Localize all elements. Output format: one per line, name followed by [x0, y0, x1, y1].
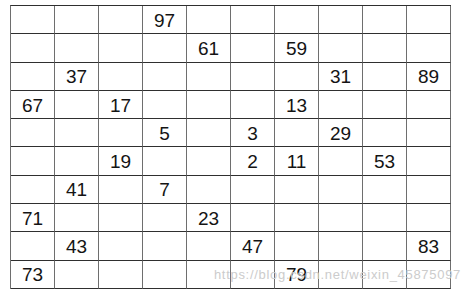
cell-r6c1-empty [11, 147, 55, 175]
cell-r8c2-empty [55, 204, 99, 232]
cell-r9c6-value-47: 47 [231, 232, 275, 260]
cell-r1c9-empty [363, 6, 407, 34]
cell-r2c6-empty [231, 34, 275, 62]
cell-r7c10-empty [407, 176, 451, 204]
cell-r1c3-empty [99, 6, 143, 34]
cell-r2c9-empty [363, 34, 407, 62]
cell-r2c10-empty [407, 34, 451, 62]
cell-r1c1-empty [11, 6, 55, 34]
puzzle-screenshot: 9761593731896717135329192115341771234347… [0, 0, 463, 295]
cell-r6c9-value-53: 53 [363, 147, 407, 175]
cell-r5c2-empty [55, 119, 99, 147]
cell-r5c6-value-3: 3 [231, 119, 275, 147]
cell-r5c1-empty [11, 119, 55, 147]
cell-r10c8-empty [319, 261, 363, 289]
cell-r6c4-empty [143, 147, 187, 175]
cell-r8c7-empty [275, 204, 319, 232]
cell-r7c9-empty [363, 176, 407, 204]
cell-r7c5-empty [187, 176, 231, 204]
cell-r8c5-value-23: 23 [187, 204, 231, 232]
cell-r10c2-empty [55, 261, 99, 289]
cell-r7c7-empty [275, 176, 319, 204]
cell-r8c1-value-71: 71 [11, 204, 55, 232]
cell-r2c2-empty [55, 34, 99, 62]
cell-r10c3-empty [99, 261, 143, 289]
cell-r3c4-empty [143, 63, 187, 91]
cell-r9c4-empty [143, 232, 187, 260]
cell-r9c7-empty [275, 232, 319, 260]
cell-r7c1-empty [11, 176, 55, 204]
cell-r4c5-empty [187, 91, 231, 119]
cell-r4c3-value-17: 17 [99, 91, 143, 119]
cell-r3c7-empty [275, 63, 319, 91]
cell-r1c7-empty [275, 6, 319, 34]
cell-r5c7-empty [275, 119, 319, 147]
cell-r1c4-value-97: 97 [143, 6, 187, 34]
cell-r3c1-empty [11, 63, 55, 91]
cell-r10c1-value-73: 73 [11, 261, 55, 289]
cell-r7c2-value-41: 41 [55, 176, 99, 204]
cell-r2c1-empty [11, 34, 55, 62]
cell-r8c4-empty [143, 204, 187, 232]
cell-r6c5-empty [187, 147, 231, 175]
cell-r6c3-value-19: 19 [99, 147, 143, 175]
cell-r2c4-empty [143, 34, 187, 62]
cell-r7c8-empty [319, 176, 363, 204]
cell-r6c7-value-11: 11 [275, 147, 319, 175]
cell-r7c3-empty [99, 176, 143, 204]
cell-r5c8-value-29: 29 [319, 119, 363, 147]
cell-r3c8-value-31: 31 [319, 63, 363, 91]
cell-r1c6-empty [231, 6, 275, 34]
cell-r9c10-value-83: 83 [407, 232, 451, 260]
cell-r7c6-empty [231, 176, 275, 204]
cell-r10c6-empty [231, 261, 275, 289]
cell-r10c5-empty [187, 261, 231, 289]
cell-r9c5-empty [187, 232, 231, 260]
cell-r10c4-empty [143, 261, 187, 289]
cell-r1c8-empty [319, 6, 363, 34]
puzzle-grid: 9761593731896717135329192115341771234347… [10, 5, 451, 289]
cell-r5c3-empty [99, 119, 143, 147]
cell-r4c9-empty [363, 91, 407, 119]
cell-r3c6-empty [231, 63, 275, 91]
cell-r10c7-value-79: 79 [275, 261, 319, 289]
cell-r4c10-empty [407, 91, 451, 119]
cell-r2c3-empty [99, 34, 143, 62]
cell-r9c8-empty [319, 232, 363, 260]
cell-r1c2-empty [55, 6, 99, 34]
cell-r2c5-value-61: 61 [187, 34, 231, 62]
cell-r3c10-value-89: 89 [407, 63, 451, 91]
cell-r8c8-empty [319, 204, 363, 232]
cell-r8c3-empty [99, 204, 143, 232]
cell-r5c9-empty [363, 119, 407, 147]
cell-r3c5-empty [187, 63, 231, 91]
cell-r6c8-empty [319, 147, 363, 175]
cell-r2c7-value-59: 59 [275, 34, 319, 62]
cell-r4c1-value-67: 67 [11, 91, 55, 119]
cell-r3c9-empty [363, 63, 407, 91]
cell-r5c5-empty [187, 119, 231, 147]
cell-r4c7-value-13: 13 [275, 91, 319, 119]
cell-r9c3-empty [99, 232, 143, 260]
cell-r6c10-empty [407, 147, 451, 175]
cell-r1c10-empty [407, 6, 451, 34]
cell-r8c10-empty [407, 204, 451, 232]
cell-r7c4-value-7: 7 [143, 176, 187, 204]
cell-r6c2-empty [55, 147, 99, 175]
cell-r4c8-empty [319, 91, 363, 119]
cell-r8c6-empty [231, 204, 275, 232]
cell-r10c9-empty [363, 261, 407, 289]
cell-r4c6-empty [231, 91, 275, 119]
cell-r5c10-empty [407, 119, 451, 147]
cell-r9c2-value-43: 43 [55, 232, 99, 260]
cell-r1c5-empty [187, 6, 231, 34]
cell-r10c10-empty [407, 261, 451, 289]
cell-r8c9-empty [363, 204, 407, 232]
cell-r6c6-value-2: 2 [231, 147, 275, 175]
cell-r9c1-empty [11, 232, 55, 260]
cell-r2c8-empty [319, 34, 363, 62]
cell-r3c2-value-37: 37 [55, 63, 99, 91]
cell-r4c4-empty [143, 91, 187, 119]
cell-r5c4-value-5: 5 [143, 119, 187, 147]
cell-r3c3-empty [99, 63, 143, 91]
cell-r4c2-empty [55, 91, 99, 119]
cell-r9c9-empty [363, 232, 407, 260]
